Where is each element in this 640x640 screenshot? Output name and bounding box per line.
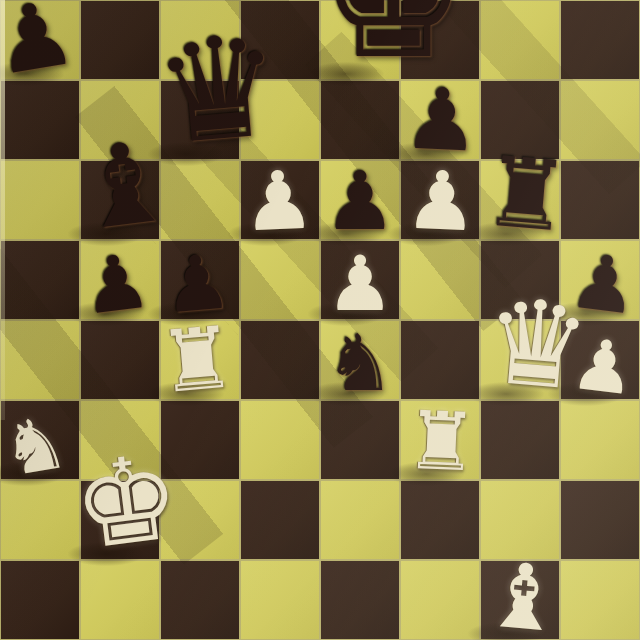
pawn-glyph: ♟	[400, 75, 483, 163]
square-d4[interactable]	[241, 321, 319, 399]
piece-white-pawn-e5[interactable]: ♟	[320, 246, 400, 322]
square-f2[interactable]	[401, 481, 479, 559]
pawn-glyph: ♟	[320, 161, 400, 242]
pawn-glyph: ♟	[237, 159, 320, 243]
piece-white-pawn-h4[interactable]: ♟	[560, 327, 640, 407]
square-c1[interactable]	[161, 561, 239, 639]
square-a4[interactable]	[1, 321, 79, 399]
square-b4[interactable]	[81, 321, 159, 399]
square-f5[interactable]	[401, 241, 479, 319]
piece-black-king-e8[interactable]: ♚	[320, 0, 400, 82]
square-h1[interactable]	[561, 561, 639, 639]
square-d3[interactable]	[241, 401, 319, 479]
piece-white-king-b2[interactable]: ♚	[67, 440, 161, 567]
piece-black-pawn-e6[interactable]: ♟	[320, 161, 400, 242]
piece-black-bishop-b6[interactable]: ♝	[67, 126, 160, 247]
square-e1[interactable]	[321, 561, 399, 639]
square-f1[interactable]	[401, 561, 479, 639]
king-glyph: ♚	[320, 0, 400, 82]
piece-white-pawn-d6[interactable]: ♟	[237, 159, 320, 243]
pawn-glyph: ♟	[320, 246, 400, 322]
rook-glyph: ♜	[400, 400, 483, 483]
rook-glyph: ♜	[154, 314, 241, 405]
pawn-glyph: ♟	[72, 242, 161, 327]
bishop-glyph: ♝	[67, 126, 160, 247]
piece-white-queen-g4[interactable]: ♛	[479, 281, 569, 405]
queen-glyph: ♛	[479, 281, 569, 405]
pawn-glyph: ♟	[0, 0, 81, 89]
square-e2[interactable]	[321, 481, 399, 559]
chessboard-photo: ♟♚♛♟♝♟♟♟♜♟♟♟♟♜♞♛♟♞♜♚♝	[0, 0, 640, 640]
square-e3[interactable]	[321, 401, 399, 479]
piece-black-pawn-b5[interactable]: ♟	[72, 242, 161, 327]
square-h8[interactable]	[561, 1, 639, 79]
piece-white-rook-c4[interactable]: ♜	[154, 314, 241, 405]
square-f4[interactable]	[401, 321, 479, 399]
piece-black-pawn-a8[interactable]: ♟	[0, 0, 81, 89]
square-a5[interactable]	[1, 241, 79, 319]
piece-white-rook-f3[interactable]: ♜	[400, 400, 483, 483]
pawn-glyph: ♟	[560, 327, 640, 407]
piece-black-pawn-f7[interactable]: ♟	[400, 75, 483, 163]
piece-white-pawn-f6[interactable]: ♟	[400, 159, 483, 243]
square-d1[interactable]	[241, 561, 319, 639]
king-glyph: ♚	[67, 440, 161, 567]
piece-black-rook-g6[interactable]: ♜	[479, 143, 567, 245]
piece-black-knight-e4[interactable]: ♞	[320, 324, 400, 402]
square-h2[interactable]	[561, 481, 639, 559]
square-d2[interactable]	[241, 481, 319, 559]
square-a6[interactable]	[1, 161, 79, 239]
bishop-glyph: ♝	[480, 549, 567, 640]
pawn-glyph: ♟	[400, 159, 483, 243]
knight-glyph: ♞	[320, 324, 400, 402]
square-h6[interactable]	[561, 161, 639, 239]
rook-glyph: ♜	[479, 143, 567, 245]
square-g8[interactable]	[481, 1, 559, 79]
piece-white-bishop-g1[interactable]: ♝	[480, 549, 567, 640]
square-a1[interactable]	[1, 561, 79, 639]
square-d5[interactable]	[241, 241, 319, 319]
